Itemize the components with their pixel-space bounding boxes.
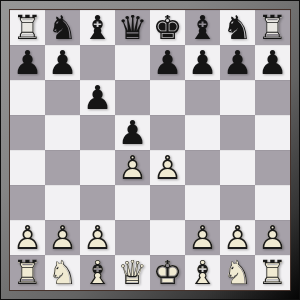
square-g1[interactable]: ♞♘: [220, 255, 255, 290]
piece-white-bishop-c1[interactable]: ♝♗: [80, 255, 115, 290]
square-e7[interactable]: ♟: [150, 45, 185, 80]
square-f3[interactable]: [185, 185, 220, 220]
square-d7[interactable]: [115, 45, 150, 80]
square-g7[interactable]: ♟: [220, 45, 255, 80]
piece-glyph-outline: ♙: [185, 220, 220, 255]
square-a5[interactable]: [10, 115, 45, 150]
piece-black-queen-d8[interactable]: ♛: [115, 10, 150, 45]
square-g3[interactable]: [220, 185, 255, 220]
piece-glyph-outline: ♕: [115, 255, 150, 290]
piece-glyph-outline: ♙: [150, 150, 185, 185]
piece-black-pawn-a7[interactable]: ♟: [10, 45, 45, 80]
square-b8[interactable]: ♞: [45, 10, 80, 45]
piece-glyph-solid: ♝: [80, 10, 115, 45]
square-d8[interactable]: ♛: [115, 10, 150, 45]
piece-glyph-solid: ♟: [220, 45, 255, 80]
square-e3[interactable]: [150, 185, 185, 220]
piece-black-bishop-f8[interactable]: ♝: [185, 10, 220, 45]
square-b7[interactable]: ♟: [45, 45, 80, 80]
square-f6[interactable]: [185, 80, 220, 115]
piece-white-queen-d1[interactable]: ♛♕: [115, 255, 150, 290]
piece-black-pawn-b7[interactable]: ♟: [45, 45, 80, 80]
piece-black-rook-h8[interactable]: ♜♖: [255, 10, 290, 45]
piece-glyph-outline: ♙: [10, 220, 45, 255]
piece-glyph-outline: ♙: [115, 150, 150, 185]
piece-black-king-e8[interactable]: ♚: [150, 10, 185, 45]
piece-black-pawn-d5[interactable]: ♟: [115, 115, 150, 150]
piece-glyph-solid: ♝: [185, 10, 220, 45]
square-e2[interactable]: [150, 220, 185, 255]
square-a4[interactable]: [10, 150, 45, 185]
square-f5[interactable]: [185, 115, 220, 150]
square-g4[interactable]: [220, 150, 255, 185]
square-a7[interactable]: ♟: [10, 45, 45, 80]
piece-white-knight-b1[interactable]: ♞♘: [45, 255, 80, 290]
square-b5[interactable]: [45, 115, 80, 150]
piece-black-rook-a8[interactable]: ♜♖: [10, 10, 45, 45]
square-h5[interactable]: [255, 115, 290, 150]
piece-black-pawn-e7[interactable]: ♟: [150, 45, 185, 80]
piece-glyph-solid: ♟: [150, 45, 185, 80]
piece-white-pawn-d4[interactable]: ♟♙: [115, 150, 150, 185]
square-f7[interactable]: ♟: [185, 45, 220, 80]
square-h7[interactable]: ♟: [255, 45, 290, 80]
piece-black-knight-b8[interactable]: ♞: [45, 10, 80, 45]
piece-white-pawn-a2[interactable]: ♟♙: [10, 220, 45, 255]
piece-white-pawn-h2[interactable]: ♟♙: [255, 220, 290, 255]
piece-black-pawn-g7[interactable]: ♟: [220, 45, 255, 80]
square-g6[interactable]: [220, 80, 255, 115]
square-c2[interactable]: ♟♙: [80, 220, 115, 255]
piece-glyph-solid: ♟: [185, 45, 220, 80]
piece-black-knight-g8[interactable]: ♞: [220, 10, 255, 45]
square-c4[interactable]: [80, 150, 115, 185]
piece-glyph-solid: ♞: [45, 10, 80, 45]
square-h1[interactable]: ♜♖: [255, 255, 290, 290]
piece-white-pawn-c2[interactable]: ♟♙: [80, 220, 115, 255]
square-h8[interactable]: ♜♖: [255, 10, 290, 45]
piece-white-pawn-e4[interactable]: ♟♙: [150, 150, 185, 185]
square-g2[interactable]: ♟♙: [220, 220, 255, 255]
piece-glyph-solid: ♞: [220, 10, 255, 45]
square-e4[interactable]: ♟♙: [150, 150, 185, 185]
square-f2[interactable]: ♟♙: [185, 220, 220, 255]
piece-glyph-outline: ♘: [45, 255, 80, 290]
square-b4[interactable]: [45, 150, 80, 185]
square-b2[interactable]: ♟♙: [45, 220, 80, 255]
piece-white-rook-h1[interactable]: ♜♖: [255, 255, 290, 290]
piece-glyph-outline: ♗: [80, 255, 115, 290]
piece-white-king-e1[interactable]: ♚♔: [150, 255, 185, 290]
square-h4[interactable]: [255, 150, 290, 185]
piece-glyph-solid: ♟: [10, 45, 45, 80]
square-a2[interactable]: ♟♙: [10, 220, 45, 255]
square-f1[interactable]: ♝♗: [185, 255, 220, 290]
piece-glyph-outline: ♘: [220, 255, 255, 290]
square-a6[interactable]: [10, 80, 45, 115]
square-f8[interactable]: ♝: [185, 10, 220, 45]
piece-glyph-outline: ♖: [10, 255, 45, 290]
square-d6[interactable]: [115, 80, 150, 115]
square-d2[interactable]: [115, 220, 150, 255]
square-g5[interactable]: [220, 115, 255, 150]
square-d4[interactable]: ♟♙: [115, 150, 150, 185]
square-e1[interactable]: ♚♔: [150, 255, 185, 290]
piece-black-pawn-f7[interactable]: ♟: [185, 45, 220, 80]
square-h3[interactable]: [255, 185, 290, 220]
square-e5[interactable]: [150, 115, 185, 150]
square-g8[interactable]: ♞: [220, 10, 255, 45]
piece-glyph-solid: ♚: [150, 10, 185, 45]
piece-glyph-outline: ♖: [10, 10, 45, 45]
piece-white-bishop-f1[interactable]: ♝♗: [185, 255, 220, 290]
chess-board: ♜♖♞♝♛♚♝♞♜♖♟♟♟♟♟♟♟♟♟♙♟♙♟♙♟♙♟♙♟♙♟♙♟♙♜♖♞♘♝♗…: [9, 9, 291, 291]
square-f4[interactable]: [185, 150, 220, 185]
square-a3[interactable]: [10, 185, 45, 220]
square-c7[interactable]: [80, 45, 115, 80]
piece-black-bishop-c8[interactable]: ♝: [80, 10, 115, 45]
chess-board-frame: ♜♖♞♝♛♚♝♞♜♖♟♟♟♟♟♟♟♟♟♙♟♙♟♙♟♙♟♙♟♙♟♙♟♙♜♖♞♘♝♗…: [0, 0, 300, 300]
piece-glyph-outline: ♗: [185, 255, 220, 290]
square-c6[interactable]: ♟: [80, 80, 115, 115]
piece-glyph-outline: ♙: [45, 220, 80, 255]
piece-white-pawn-g2[interactable]: ♟♙: [220, 220, 255, 255]
piece-glyph-solid: ♟: [255, 45, 290, 80]
square-e6[interactable]: [150, 80, 185, 115]
square-c3[interactable]: [80, 185, 115, 220]
piece-glyph-outline: ♖: [255, 10, 290, 45]
piece-white-pawn-b2[interactable]: ♟♙: [45, 220, 80, 255]
piece-black-pawn-c6[interactable]: ♟: [80, 80, 115, 115]
piece-glyph-solid: ♟: [45, 45, 80, 80]
piece-black-pawn-h7[interactable]: ♟: [255, 45, 290, 80]
square-a1[interactable]: ♜♖: [10, 255, 45, 290]
piece-glyph-outline: ♙: [80, 220, 115, 255]
piece-white-pawn-f2[interactable]: ♟♙: [185, 220, 220, 255]
square-e8[interactable]: ♚: [150, 10, 185, 45]
piece-glyph-solid: ♛: [115, 10, 150, 45]
piece-glyph-outline: ♙: [220, 220, 255, 255]
square-d3[interactable]: [115, 185, 150, 220]
piece-glyph-solid: ♟: [115, 115, 150, 150]
piece-white-rook-a1[interactable]: ♜♖: [10, 255, 45, 290]
square-a8[interactable]: ♜♖: [10, 10, 45, 45]
square-d1[interactable]: ♛♕: [115, 255, 150, 290]
square-b6[interactable]: [45, 80, 80, 115]
piece-glyph-outline: ♖: [255, 255, 290, 290]
square-c5[interactable]: [80, 115, 115, 150]
square-c8[interactable]: ♝: [80, 10, 115, 45]
square-b3[interactable]: [45, 185, 80, 220]
square-h2[interactable]: ♟♙: [255, 220, 290, 255]
piece-glyph-outline: ♙: [255, 220, 290, 255]
piece-white-knight-g1[interactable]: ♞♘: [220, 255, 255, 290]
square-b1[interactable]: ♞♘: [45, 255, 80, 290]
square-c1[interactable]: ♝♗: [80, 255, 115, 290]
piece-glyph-solid: ♟: [80, 80, 115, 115]
chess-app: ♜♖♞♝♛♚♝♞♜♖♟♟♟♟♟♟♟♟♟♙♟♙♟♙♟♙♟♙♟♙♟♙♟♙♜♖♞♘♝♗…: [0, 0, 300, 300]
square-d5[interactable]: ♟: [115, 115, 150, 150]
piece-glyph-outline: ♔: [150, 255, 185, 290]
square-h6[interactable]: [255, 80, 290, 115]
